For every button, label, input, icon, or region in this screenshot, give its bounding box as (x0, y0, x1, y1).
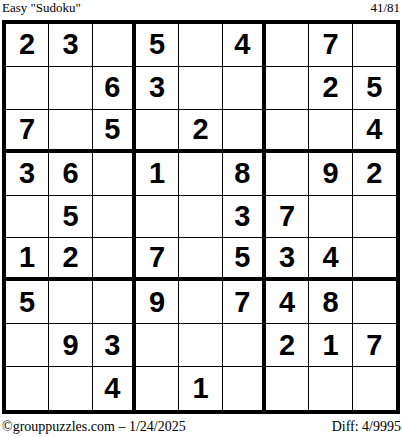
cell-r9c7[interactable] (266, 367, 309, 410)
cell-r8c7[interactable]: 2 (266, 324, 309, 367)
cell-r7c1[interactable]: 5 (6, 281, 49, 324)
cell-r7c7[interactable]: 4 (266, 281, 309, 324)
given-digit: 3 (149, 73, 165, 102)
cell-r1c1[interactable]: 2 (6, 24, 49, 67)
cell-r9c2[interactable] (49, 367, 92, 410)
cell-r8c8[interactable]: 1 (309, 324, 352, 367)
sudoku-page: Easy "Sudoku" 41/81 23547632575243618925… (0, 0, 402, 437)
cell-r2c5[interactable] (179, 67, 222, 110)
given-digit: 4 (366, 115, 382, 144)
given-digit: 1 (149, 159, 165, 188)
given-digit: 2 (366, 159, 382, 188)
cell-r4c2[interactable]: 6 (49, 153, 92, 196)
cell-r1c6[interactable]: 4 (223, 24, 266, 67)
given-digit: 3 (279, 243, 295, 272)
given-digit: 4 (279, 288, 295, 317)
given-digit: 7 (279, 202, 295, 231)
given-digit: 4 (322, 243, 338, 272)
cell-r3c7[interactable] (266, 110, 309, 153)
given-digit: 3 (104, 331, 120, 360)
cell-r2c4[interactable]: 3 (136, 67, 179, 110)
cell-r3c9[interactable]: 4 (353, 110, 396, 153)
cell-r4c6[interactable]: 8 (223, 153, 266, 196)
given-digit: 6 (62, 159, 78, 188)
given-digit: 9 (149, 288, 165, 317)
given-digit: 6 (104, 73, 120, 102)
cell-r1c4[interactable]: 5 (136, 24, 179, 67)
cell-r3c5[interactable]: 2 (179, 110, 222, 153)
cell-r7c4[interactable]: 9 (136, 281, 179, 324)
cell-r9c1[interactable] (6, 367, 49, 410)
cell-r9c9[interactable] (353, 367, 396, 410)
cell-r1c2[interactable]: 3 (49, 24, 92, 67)
cell-r7c8[interactable]: 8 (309, 281, 352, 324)
cell-r6c7[interactable]: 3 (266, 238, 309, 281)
cell-r5c4[interactable] (136, 196, 179, 239)
cell-r8c1[interactable] (6, 324, 49, 367)
given-digit: 1 (192, 374, 208, 403)
cell-r4c7[interactable] (266, 153, 309, 196)
given-digit: 9 (322, 159, 338, 188)
cell-r3c1[interactable]: 7 (6, 110, 49, 153)
cell-r8c2[interactable]: 9 (49, 324, 92, 367)
cell-r6c3[interactable] (93, 238, 136, 281)
given-digit: 5 (149, 30, 165, 59)
cell-r5c8[interactable] (309, 196, 352, 239)
cell-r8c9[interactable]: 7 (353, 324, 396, 367)
cell-r7c5[interactable] (179, 281, 222, 324)
cell-r5c9[interactable] (353, 196, 396, 239)
given-digit: 3 (19, 159, 35, 188)
cell-r1c7[interactable] (266, 24, 309, 67)
cell-r4c4[interactable]: 1 (136, 153, 179, 196)
cell-r8c3[interactable]: 3 (93, 324, 136, 367)
given-digit: 5 (104, 115, 120, 144)
cell-r3c8[interactable] (309, 110, 352, 153)
cell-r6c9[interactable] (353, 238, 396, 281)
cell-r2c1[interactable] (6, 67, 49, 110)
cell-r7c9[interactable] (353, 281, 396, 324)
copyright-date: ©grouppuzzles.com – 1/24/2025 (2, 418, 186, 435)
cell-r9c5[interactable]: 1 (179, 367, 222, 410)
given-digit: 3 (62, 30, 78, 59)
cell-r9c3[interactable]: 4 (93, 367, 136, 410)
header: Easy "Sudoku" 41/81 (2, 0, 400, 18)
cell-r5c2[interactable]: 5 (49, 196, 92, 239)
cell-r4c3[interactable] (93, 153, 136, 196)
given-digit: 4 (104, 374, 120, 403)
given-digit: 8 (234, 159, 250, 188)
cell-r8c4[interactable] (136, 324, 179, 367)
cell-r6c4[interactable]: 7 (136, 238, 179, 281)
cell-r1c5[interactable] (179, 24, 222, 67)
given-digit: 7 (322, 30, 338, 59)
given-digit: 5 (62, 202, 78, 231)
cell-r1c3[interactable] (93, 24, 136, 67)
cell-r2c6[interactable] (223, 67, 266, 110)
cell-r8c6[interactable] (223, 324, 266, 367)
cell-r5c1[interactable] (6, 196, 49, 239)
cell-r1c9[interactable] (353, 24, 396, 67)
cell-r7c3[interactable] (93, 281, 136, 324)
cell-r2c8[interactable]: 2 (309, 67, 352, 110)
cell-r7c2[interactable] (49, 281, 92, 324)
cell-r9c8[interactable] (309, 367, 352, 410)
cell-r5c3[interactable] (93, 196, 136, 239)
cell-r9c6[interactable] (223, 367, 266, 410)
cell-r3c6[interactable] (223, 110, 266, 153)
cell-r4c1[interactable]: 3 (6, 153, 49, 196)
sudoku-grid[interactable]: 2354763257524361892537127534597489321741 (2, 20, 400, 414)
given-count: 41/81 (370, 0, 400, 16)
given-digit: 5 (19, 288, 35, 317)
cell-r4c8[interactable]: 9 (309, 153, 352, 196)
given-digit: 7 (234, 288, 250, 317)
cell-r3c2[interactable] (49, 110, 92, 153)
given-digit: 2 (279, 331, 295, 360)
cell-r6c1[interactable]: 1 (6, 238, 49, 281)
cell-r5c7[interactable]: 7 (266, 196, 309, 239)
cell-r5c6[interactable]: 3 (223, 196, 266, 239)
given-digit: 1 (19, 243, 35, 272)
cell-r6c2[interactable]: 2 (49, 238, 92, 281)
footer: ©grouppuzzles.com – 1/24/2025 Diff: 4/99… (2, 418, 401, 435)
given-digit: 4 (234, 30, 250, 59)
cell-r2c9[interactable]: 5 (353, 67, 396, 110)
cell-r2c2[interactable] (49, 67, 92, 110)
given-digit: 5 (234, 243, 250, 272)
given-digit: 2 (192, 115, 208, 144)
cell-r4c5[interactable] (179, 153, 222, 196)
cell-r8c5[interactable] (179, 324, 222, 367)
given-digit: 2 (62, 243, 78, 272)
given-digit: 2 (19, 30, 35, 59)
given-digit: 9 (62, 331, 78, 360)
cell-r2c3[interactable]: 6 (93, 67, 136, 110)
difficulty-rating: Diff: 4/9995 (332, 418, 401, 435)
given-digit: 7 (149, 243, 165, 272)
cell-r1c8[interactable]: 7 (309, 24, 352, 67)
given-digit: 3 (234, 202, 250, 231)
cell-r6c5[interactable] (179, 238, 222, 281)
cell-r9c4[interactable] (136, 367, 179, 410)
given-digit: 5 (366, 73, 382, 102)
given-digit: 7 (19, 115, 35, 144)
cell-r5c5[interactable] (179, 196, 222, 239)
cell-r4c9[interactable]: 2 (353, 153, 396, 196)
cell-r6c8[interactable]: 4 (309, 238, 352, 281)
given-digit: 2 (322, 73, 338, 102)
given-digit: 1 (322, 331, 338, 360)
cell-r7c6[interactable]: 7 (223, 281, 266, 324)
page-title: Easy "Sudoku" (2, 0, 81, 16)
given-digit: 8 (322, 288, 338, 317)
cell-r2c7[interactable] (266, 67, 309, 110)
cell-r3c3[interactable]: 5 (93, 110, 136, 153)
cell-r3c4[interactable] (136, 110, 179, 153)
cell-r6c6[interactable]: 5 (223, 238, 266, 281)
given-digit: 7 (366, 331, 382, 360)
